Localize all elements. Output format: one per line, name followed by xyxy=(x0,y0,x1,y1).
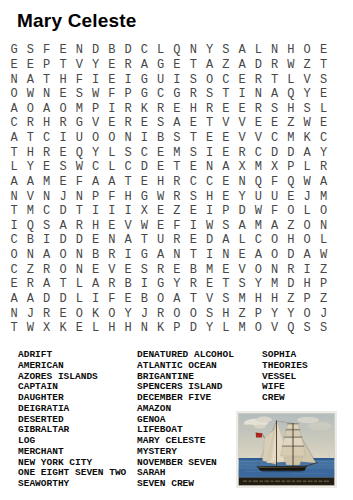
grid-cell: E xyxy=(153,204,169,219)
word-list-item: ATLANTIC OCEAN xyxy=(137,361,234,372)
grid-cell: T xyxy=(6,145,22,160)
grid-cell: R xyxy=(55,116,71,131)
grid-cell: N xyxy=(6,72,22,87)
grid-cell: R xyxy=(39,145,55,160)
grid-cell: I xyxy=(201,145,217,160)
grid-cell: M xyxy=(234,292,250,307)
grid-cell: C xyxy=(267,131,283,146)
grid-cell: T xyxy=(6,321,22,336)
grid-cell: I xyxy=(104,204,120,219)
grid-cell: I xyxy=(299,262,315,277)
grid-cell: E xyxy=(22,58,38,73)
grid-cell: G xyxy=(71,116,87,131)
grid-cell: S xyxy=(169,131,185,146)
grid-cell: M xyxy=(22,204,38,219)
grid-cell: R xyxy=(169,233,185,248)
grid-cell: D xyxy=(39,292,55,307)
page-title: Mary Celeste xyxy=(17,11,137,30)
grid-cell: A xyxy=(299,145,315,160)
grid-cell: Z xyxy=(315,292,331,307)
grid-cell: G xyxy=(153,58,169,73)
grid-cell: T xyxy=(39,72,55,87)
grid-cell: P xyxy=(120,87,136,102)
hull xyxy=(257,466,308,471)
grid-cell: S xyxy=(39,219,55,234)
grid-cell: L xyxy=(299,204,315,219)
grid-cell: M xyxy=(250,219,266,234)
grid-cell: T xyxy=(169,160,185,175)
grid-cell: E xyxy=(136,175,152,190)
grid-cell: V xyxy=(267,321,283,336)
grid-cell: E xyxy=(87,233,103,248)
grid-cell: O xyxy=(250,321,266,336)
grid-cell: N xyxy=(169,248,185,263)
grid-cell: T xyxy=(218,87,234,102)
grid-cell: E xyxy=(55,87,71,102)
word-list-item: THEORIES xyxy=(262,361,308,372)
grid-cell: M xyxy=(315,189,331,204)
grid-cell: E xyxy=(283,189,299,204)
grid-cell: A xyxy=(104,175,120,190)
grid-cell: F xyxy=(71,72,87,87)
grid-cell: R xyxy=(22,277,38,292)
grid-cell: E xyxy=(218,102,234,117)
grid-cell: T xyxy=(315,58,331,73)
grid-cell: Q xyxy=(169,43,185,58)
grid-cell: W xyxy=(87,87,103,102)
grid-cell: K xyxy=(87,306,103,321)
grid-cell: H xyxy=(267,292,283,307)
grid-cell: H xyxy=(120,189,136,204)
grid-cell: A xyxy=(153,248,169,263)
grid-cell: H xyxy=(55,72,71,87)
grid-cell: S xyxy=(218,219,234,234)
grid-cell: A xyxy=(120,233,136,248)
grid-cell: J xyxy=(299,189,315,204)
grid-cell: O xyxy=(201,72,217,87)
grid-cell: Z xyxy=(22,262,38,277)
grid-cell: J xyxy=(136,306,152,321)
grid-cell: D xyxy=(267,145,283,160)
grid-cell: D xyxy=(250,58,266,73)
grid-cell: A xyxy=(201,58,217,73)
grid-cell: E xyxy=(315,43,331,58)
grid-cell: O xyxy=(6,87,22,102)
grid-cell: I xyxy=(136,277,152,292)
grid-cell: R xyxy=(234,145,250,160)
grid-cell: X xyxy=(39,321,55,336)
grid-cell: U xyxy=(250,189,266,204)
grid-cell: A xyxy=(218,160,234,175)
grid-cell: V xyxy=(218,116,234,131)
grid-cell: N xyxy=(136,321,152,336)
grid-cell: V xyxy=(234,116,250,131)
grid-cell: S xyxy=(234,277,250,292)
grid-cell: F xyxy=(267,204,283,219)
grid-cell: E xyxy=(218,262,234,277)
grid-cell: U xyxy=(267,189,283,204)
grid-cell: Y xyxy=(283,306,299,321)
grid-cell: E xyxy=(120,262,136,277)
grid-cell: S xyxy=(315,72,331,87)
grid-cell: Z xyxy=(218,58,234,73)
grid-cell: I xyxy=(234,87,250,102)
grid-cell: Y xyxy=(169,277,185,292)
grid-cell: Q xyxy=(283,321,299,336)
grid-cell: Z xyxy=(283,219,299,234)
grid-cell: E xyxy=(218,131,234,146)
grid-cell: U xyxy=(153,72,169,87)
grid-cell: E xyxy=(55,43,71,58)
grid-cell: E xyxy=(218,189,234,204)
grid-cell: Q xyxy=(283,175,299,190)
grid-cell: J xyxy=(22,306,38,321)
grid-cell: V xyxy=(234,262,250,277)
grid-cell: D xyxy=(120,43,136,58)
grid-cell: L xyxy=(250,43,266,58)
grid-cell: Y xyxy=(120,306,136,321)
grid-cell: R xyxy=(250,72,266,87)
grid-cell: A xyxy=(234,219,250,234)
grid-cell: N xyxy=(6,306,22,321)
grid-cell: A xyxy=(234,58,250,73)
grid-cell: A xyxy=(22,292,38,307)
grid-cell: N xyxy=(250,87,266,102)
grid-cell: E xyxy=(104,58,120,73)
grid-cell: F xyxy=(71,175,87,190)
word-list-item: CREW xyxy=(262,393,308,404)
grid-cell: H xyxy=(283,102,299,117)
grid-cell: E xyxy=(169,58,185,73)
grid-cell: E xyxy=(185,204,201,219)
grid-cell: M xyxy=(169,145,185,160)
grid-cell: S xyxy=(299,321,315,336)
grid-cell: A xyxy=(136,58,152,73)
word-list-item: SEVEN CREW xyxy=(137,479,234,490)
grid-cell: D xyxy=(201,233,217,248)
grid-cell: T xyxy=(185,292,201,307)
grid-cell: C xyxy=(201,175,217,190)
grid-cell: O xyxy=(169,306,185,321)
grid-cell: E xyxy=(104,219,120,234)
grid-cell: H xyxy=(120,321,136,336)
grid-cell: K xyxy=(299,131,315,146)
grid-cell: Y xyxy=(87,145,103,160)
grid-cell: Z xyxy=(283,116,299,131)
grid-cell: I xyxy=(185,219,201,234)
grid-cell: L xyxy=(6,160,22,175)
grid-cell: R xyxy=(153,262,169,277)
grid-cell: C xyxy=(136,145,152,160)
grid-cell: S xyxy=(55,160,71,175)
grid-cell: P xyxy=(283,160,299,175)
grid-cell: N xyxy=(71,189,87,204)
grid-cell: R xyxy=(201,102,217,117)
grid-cell: E xyxy=(6,277,22,292)
grid-cell: R xyxy=(250,102,266,117)
grid-cell: E xyxy=(55,306,71,321)
grid-cell: E xyxy=(250,116,266,131)
grid-cell: A xyxy=(87,277,103,292)
grid-cell: E xyxy=(201,277,217,292)
grid-cell: T xyxy=(55,58,71,73)
grid-cell: R xyxy=(120,102,136,117)
grid-cell: C xyxy=(6,233,22,248)
grid-cell: F xyxy=(104,292,120,307)
grid-cell: A xyxy=(6,292,22,307)
grid-cell: D xyxy=(87,43,103,58)
grid-cell: W xyxy=(22,321,38,336)
grid-cell: G xyxy=(153,277,169,292)
grid-cell: S xyxy=(185,72,201,87)
word-list-column-1: ADRIFTAMERICANAZORES ISLANDSCAPTAINDAUGH… xyxy=(18,350,126,490)
word-list-item: DEIGRATIA xyxy=(18,404,126,415)
grid-cell: I xyxy=(87,292,103,307)
grid-cell: E xyxy=(153,219,169,234)
grid-cell: R xyxy=(120,116,136,131)
grid-cell: L xyxy=(283,72,299,87)
grid-cell: S xyxy=(120,145,136,160)
grid-cell: N xyxy=(22,248,38,263)
grid-cell: M xyxy=(267,277,283,292)
grid-cell: W xyxy=(22,87,38,102)
grid-cell: S xyxy=(218,43,234,58)
grid-cell: R xyxy=(120,58,136,73)
grid-cell: S xyxy=(153,116,169,131)
grid-cell: Q xyxy=(71,145,87,160)
grid-cell: Z xyxy=(283,292,299,307)
grid-cell: N xyxy=(267,262,283,277)
grid-cell: U xyxy=(153,233,169,248)
grid-cell: V xyxy=(87,116,103,131)
grid-cell: I xyxy=(120,248,136,263)
grid-cell: R xyxy=(104,248,120,263)
grid-cell: H xyxy=(283,43,299,58)
distant-ship-left xyxy=(243,455,244,458)
grid-cell: A xyxy=(22,175,38,190)
grid-cell: P xyxy=(250,306,266,321)
grid-cell: E xyxy=(153,145,169,160)
grid-cell: S xyxy=(315,321,331,336)
grid-cell: B xyxy=(136,292,152,307)
grid-cell: P xyxy=(169,321,185,336)
grid-cell: N xyxy=(71,248,87,263)
grid-cell: N xyxy=(218,248,234,263)
grid-cell: O xyxy=(153,292,169,307)
grid-cell: S xyxy=(299,102,315,117)
grid-cell: A xyxy=(6,102,22,117)
grid-cell: C xyxy=(218,72,234,87)
red-ensign-flag xyxy=(256,433,262,438)
grid-cell: O xyxy=(104,306,120,321)
grid-cell: O xyxy=(104,131,120,146)
grid-cell: Y xyxy=(267,306,283,321)
grid-cell: L xyxy=(218,321,234,336)
grid-cell: R xyxy=(267,58,283,73)
grid-cell: T xyxy=(120,175,136,190)
grid-cell: P xyxy=(87,189,103,204)
grid-cell: S xyxy=(185,145,201,160)
grid-cell: Y xyxy=(234,189,250,204)
grid-cell: E xyxy=(87,262,103,277)
grid-cell: Y xyxy=(22,160,38,175)
grid-cell: X xyxy=(136,204,152,219)
grid-cell: R xyxy=(185,277,201,292)
ship-painting xyxy=(236,411,337,488)
grid-cell: H xyxy=(201,189,217,204)
grid-cell: E xyxy=(218,175,234,190)
grid-cell: F xyxy=(267,175,283,190)
grid-cell: Q xyxy=(22,219,38,234)
grid-cell: N xyxy=(71,43,87,58)
grid-cell: D xyxy=(55,204,71,219)
grid-cell: A xyxy=(6,175,22,190)
grid-cell: R xyxy=(39,306,55,321)
grid-cell: C xyxy=(120,160,136,175)
grid-cell: V xyxy=(120,219,136,234)
grid-cell: A xyxy=(6,131,22,146)
grid-cell: E xyxy=(201,131,217,146)
grid-cell: V xyxy=(22,189,38,204)
grid-cell: T xyxy=(201,116,217,131)
grid-cell: P xyxy=(39,58,55,73)
grid-cell: H xyxy=(39,116,55,131)
grid-cell: M xyxy=(250,160,266,175)
grid-cell: W xyxy=(315,248,331,263)
grid-cell: E xyxy=(267,116,283,131)
grid-cell: E xyxy=(169,102,185,117)
grid-cell: L xyxy=(234,233,250,248)
grid-cell: B xyxy=(104,43,120,58)
grid-cell: A xyxy=(169,292,185,307)
grid-cell: O xyxy=(22,102,38,117)
grid-cell: C xyxy=(6,116,22,131)
grid-cell: E xyxy=(234,102,250,117)
grid-cell: D xyxy=(283,248,299,263)
word-list-item: AMERICAN xyxy=(18,361,126,372)
grid-cell: G xyxy=(136,248,152,263)
grid-cell: A xyxy=(234,43,250,58)
worksheet-page: Mary Celeste GSFENDBDCLQNYSALNHOEEEPTVYE… xyxy=(0,0,353,500)
grid-cell: N xyxy=(39,87,55,102)
grid-cell: K xyxy=(136,102,152,117)
grid-cell: E xyxy=(169,262,185,277)
grid-cell: S xyxy=(22,43,38,58)
grid-cell: D xyxy=(283,277,299,292)
grid-cell: R xyxy=(169,189,185,204)
grid-cell: B xyxy=(185,262,201,277)
grid-cell: L xyxy=(153,43,169,58)
grid-cell: W xyxy=(201,219,217,234)
grid-cell: O xyxy=(299,306,315,321)
grid-cell: O xyxy=(315,204,331,219)
grid-cell: D xyxy=(283,145,299,160)
grid-cell: B xyxy=(22,233,38,248)
grid-cell: T xyxy=(6,204,22,219)
grid-cell: Z xyxy=(315,262,331,277)
grid-cell: V xyxy=(299,72,315,87)
grid-cell: D xyxy=(71,233,87,248)
grid-cell: S xyxy=(71,87,87,102)
grid-cell: V xyxy=(250,131,266,146)
grid-cell: V xyxy=(201,292,217,307)
grid-cell: A xyxy=(299,248,315,263)
grid-cell: R xyxy=(71,219,87,234)
grid-cell: E xyxy=(104,72,120,87)
grid-cell: G xyxy=(6,43,22,58)
grid-cell: H xyxy=(104,321,120,336)
grid-cell: W xyxy=(250,204,266,219)
grid-cell: B xyxy=(120,277,136,292)
grid-cell: T xyxy=(55,277,71,292)
grid-cell: D xyxy=(136,160,152,175)
grid-cell: F xyxy=(39,43,55,58)
grid-cell: L xyxy=(299,160,315,175)
grid-cell: Z xyxy=(234,306,250,321)
grid-cell: O xyxy=(299,219,315,234)
grid-cell: E xyxy=(55,175,71,190)
grid-cell: W xyxy=(136,219,152,234)
grid-cell: E xyxy=(185,233,201,248)
grid-cell: M xyxy=(234,321,250,336)
grid-cell: V xyxy=(234,131,250,146)
grid-cell: O xyxy=(299,43,315,58)
grid-cell: M xyxy=(201,262,217,277)
grid-cell: A xyxy=(22,72,38,87)
grid-cell: A xyxy=(39,102,55,117)
word-list-item: MYSTERY xyxy=(137,447,234,458)
grid-cell: H xyxy=(218,306,234,321)
grid-cell: A xyxy=(218,233,234,248)
grid-cell: Q xyxy=(250,175,266,190)
grid-cell: R xyxy=(153,102,169,117)
word-search-grid: GSFENDBDCLQNYSALNHOEEEPTVYERAGETAZADRWZT… xyxy=(6,43,332,336)
grid-cell: P xyxy=(299,292,315,307)
grid-cell: Z xyxy=(299,58,315,73)
grid-cell: A xyxy=(55,219,71,234)
grid-cell: E xyxy=(55,145,71,160)
grid-cell: W xyxy=(153,189,169,204)
grid-cell: S xyxy=(218,292,234,307)
grid-cell: G xyxy=(136,87,152,102)
grid-cell: A xyxy=(39,248,55,263)
grid-cell: C xyxy=(185,175,201,190)
grid-cell: R xyxy=(39,262,55,277)
grid-cell: E xyxy=(218,145,234,160)
grid-cell: C xyxy=(250,233,266,248)
grid-cell: P xyxy=(87,102,103,117)
grid-cell: I xyxy=(120,204,136,219)
grid-cell: R xyxy=(169,175,185,190)
grid-cell: I xyxy=(169,72,185,87)
grid-cell: Y xyxy=(201,321,217,336)
grid-cell: Y xyxy=(299,87,315,102)
grid-cell: E xyxy=(315,116,331,131)
grid-cell: E xyxy=(153,160,169,175)
grid-cell: O xyxy=(87,131,103,146)
grid-cell: E xyxy=(71,321,87,336)
grid-cell: H xyxy=(22,145,38,160)
grid-cell: E xyxy=(234,72,250,87)
grid-cell: C xyxy=(39,131,55,146)
grid-cell: O xyxy=(6,248,22,263)
grid-cell: T xyxy=(185,131,201,146)
grid-cell: P xyxy=(315,277,331,292)
grid-cell: T xyxy=(22,131,38,146)
grid-cell: I xyxy=(6,219,22,234)
grid-cell: N xyxy=(39,189,55,204)
grid-cell: T xyxy=(136,233,152,248)
